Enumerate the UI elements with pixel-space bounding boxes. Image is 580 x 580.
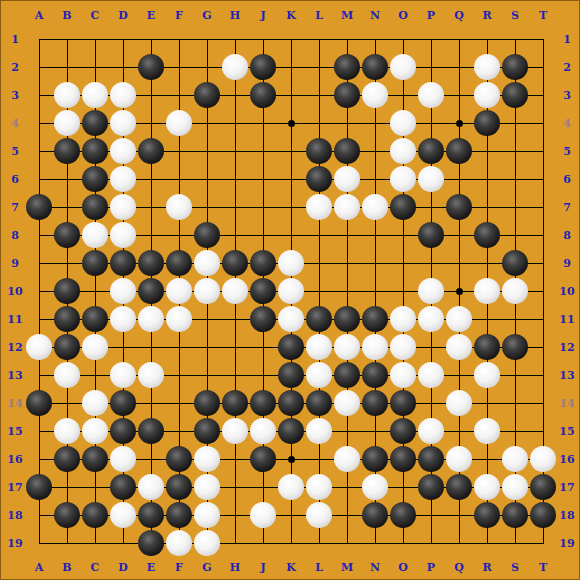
cell-H7[interactable] [221, 193, 249, 221]
cell-Q9[interactable] [445, 249, 473, 277]
cell-M11[interactable] [333, 305, 361, 333]
cell-D18[interactable] [109, 501, 137, 529]
cell-S19[interactable] [501, 529, 529, 557]
cell-K15[interactable] [277, 417, 305, 445]
cell-D17[interactable] [109, 473, 137, 501]
cell-T17[interactable] [529, 473, 557, 501]
cell-F5[interactable] [165, 137, 193, 165]
cell-K9[interactable] [277, 249, 305, 277]
cell-Q16[interactable] [445, 445, 473, 473]
cell-P5[interactable] [417, 137, 445, 165]
cell-M3[interactable] [333, 81, 361, 109]
cell-M18[interactable] [333, 501, 361, 529]
cell-A13[interactable] [25, 361, 53, 389]
cell-C10[interactable] [81, 277, 109, 305]
cell-T6[interactable] [529, 165, 557, 193]
cell-G6[interactable] [193, 165, 221, 193]
cell-L8[interactable] [305, 221, 333, 249]
cell-H12[interactable] [221, 333, 249, 361]
cell-P8[interactable] [417, 221, 445, 249]
cell-E2[interactable] [137, 53, 165, 81]
cell-O12[interactable] [389, 333, 417, 361]
cell-D4[interactable] [109, 109, 137, 137]
cell-N11[interactable] [361, 305, 389, 333]
cell-E18[interactable] [137, 501, 165, 529]
cell-Q6[interactable] [445, 165, 473, 193]
cell-A18[interactable] [25, 501, 53, 529]
cell-J8[interactable] [249, 221, 277, 249]
cell-K13[interactable] [277, 361, 305, 389]
cell-M6[interactable] [333, 165, 361, 193]
cell-G7[interactable] [193, 193, 221, 221]
cell-J9[interactable] [249, 249, 277, 277]
cell-D8[interactable] [109, 221, 137, 249]
cell-M9[interactable] [333, 249, 361, 277]
cell-T3[interactable] [529, 81, 557, 109]
cell-B15[interactable] [53, 417, 81, 445]
cell-P14[interactable] [417, 389, 445, 417]
cell-Q12[interactable] [445, 333, 473, 361]
cell-L10[interactable] [305, 277, 333, 305]
cell-T9[interactable] [529, 249, 557, 277]
cell-B7[interactable] [53, 193, 81, 221]
cell-A19[interactable] [25, 529, 53, 557]
cell-S18[interactable] [501, 501, 529, 529]
cell-G2[interactable] [193, 53, 221, 81]
cell-B19[interactable] [53, 529, 81, 557]
cell-A5[interactable] [25, 137, 53, 165]
cell-Q11[interactable] [445, 305, 473, 333]
cell-N9[interactable] [361, 249, 389, 277]
cell-N19[interactable] [361, 529, 389, 557]
cell-G16[interactable] [193, 445, 221, 473]
cell-L12[interactable] [305, 333, 333, 361]
cell-E5[interactable] [137, 137, 165, 165]
cell-O10[interactable] [389, 277, 417, 305]
cell-G14[interactable] [193, 389, 221, 417]
cell-P3[interactable] [417, 81, 445, 109]
cell-R8[interactable] [473, 221, 501, 249]
cell-F3[interactable] [165, 81, 193, 109]
cell-E11[interactable] [137, 305, 165, 333]
cell-J15[interactable] [249, 417, 277, 445]
cell-C7[interactable] [81, 193, 109, 221]
cell-N7[interactable] [361, 193, 389, 221]
cell-A9[interactable] [25, 249, 53, 277]
cell-P9[interactable] [417, 249, 445, 277]
cell-T11[interactable] [529, 305, 557, 333]
cell-R3[interactable] [473, 81, 501, 109]
cell-H4[interactable] [221, 109, 249, 137]
cell-S6[interactable] [501, 165, 529, 193]
cell-N17[interactable] [361, 473, 389, 501]
cell-M4[interactable] [333, 109, 361, 137]
cell-C11[interactable] [81, 305, 109, 333]
cell-M19[interactable] [333, 529, 361, 557]
cell-D15[interactable] [109, 417, 137, 445]
cell-G4[interactable] [193, 109, 221, 137]
cell-D9[interactable] [109, 249, 137, 277]
cell-B3[interactable] [53, 81, 81, 109]
cell-C3[interactable] [81, 81, 109, 109]
cell-E1[interactable] [137, 25, 165, 53]
cell-F1[interactable] [165, 25, 193, 53]
cell-Q13[interactable] [445, 361, 473, 389]
cell-S4[interactable] [501, 109, 529, 137]
cell-S8[interactable] [501, 221, 529, 249]
cell-G10[interactable] [193, 277, 221, 305]
cell-L7[interactable] [305, 193, 333, 221]
cell-J7[interactable] [249, 193, 277, 221]
cell-L2[interactable] [305, 53, 333, 81]
cell-R1[interactable] [473, 25, 501, 53]
cell-S17[interactable] [501, 473, 529, 501]
cell-A8[interactable] [25, 221, 53, 249]
cell-O19[interactable] [389, 529, 417, 557]
cell-G5[interactable] [193, 137, 221, 165]
cell-A11[interactable] [25, 305, 53, 333]
cell-L15[interactable] [305, 417, 333, 445]
cell-N3[interactable] [361, 81, 389, 109]
cell-O5[interactable] [389, 137, 417, 165]
cell-H14[interactable] [221, 389, 249, 417]
cell-G11[interactable] [193, 305, 221, 333]
cell-B1[interactable] [53, 25, 81, 53]
cell-A1[interactable] [25, 25, 53, 53]
cell-S7[interactable] [501, 193, 529, 221]
cell-B5[interactable] [53, 137, 81, 165]
cell-T5[interactable] [529, 137, 557, 165]
cell-E14[interactable] [137, 389, 165, 417]
cell-L9[interactable] [305, 249, 333, 277]
cell-J4[interactable] [249, 109, 277, 137]
cell-R9[interactable] [473, 249, 501, 277]
cell-Q18[interactable] [445, 501, 473, 529]
cell-C1[interactable] [81, 25, 109, 53]
cell-O9[interactable] [389, 249, 417, 277]
cell-B11[interactable] [53, 305, 81, 333]
cell-G17[interactable] [193, 473, 221, 501]
cell-J10[interactable] [249, 277, 277, 305]
cell-A12[interactable] [25, 333, 53, 361]
cell-H5[interactable] [221, 137, 249, 165]
cell-D3[interactable] [109, 81, 137, 109]
cell-H9[interactable] [221, 249, 249, 277]
cell-H15[interactable] [221, 417, 249, 445]
cell-S14[interactable] [501, 389, 529, 417]
cell-O1[interactable] [389, 25, 417, 53]
cell-C8[interactable] [81, 221, 109, 249]
cell-A2[interactable] [25, 53, 53, 81]
cell-Q14[interactable] [445, 389, 473, 417]
cell-T16[interactable] [529, 445, 557, 473]
cell-F15[interactable] [165, 417, 193, 445]
cell-T13[interactable] [529, 361, 557, 389]
cell-H17[interactable] [221, 473, 249, 501]
cell-B13[interactable] [53, 361, 81, 389]
cell-L17[interactable] [305, 473, 333, 501]
cell-N6[interactable] [361, 165, 389, 193]
cell-F2[interactable] [165, 53, 193, 81]
cell-H19[interactable] [221, 529, 249, 557]
cell-B10[interactable] [53, 277, 81, 305]
cell-S15[interactable] [501, 417, 529, 445]
cell-S2[interactable] [501, 53, 529, 81]
cell-J18[interactable] [249, 501, 277, 529]
cell-L4[interactable] [305, 109, 333, 137]
cell-M13[interactable] [333, 361, 361, 389]
cell-O18[interactable] [389, 501, 417, 529]
cell-M12[interactable] [333, 333, 361, 361]
cell-E15[interactable] [137, 417, 165, 445]
cell-R10[interactable] [473, 277, 501, 305]
cell-G8[interactable] [193, 221, 221, 249]
cell-J11[interactable] [249, 305, 277, 333]
cell-O7[interactable] [389, 193, 417, 221]
cell-A3[interactable] [25, 81, 53, 109]
cell-J19[interactable] [249, 529, 277, 557]
cell-L19[interactable] [305, 529, 333, 557]
cell-A16[interactable] [25, 445, 53, 473]
cell-H13[interactable] [221, 361, 249, 389]
cell-S5[interactable] [501, 137, 529, 165]
cell-O15[interactable] [389, 417, 417, 445]
cell-F8[interactable] [165, 221, 193, 249]
cell-N10[interactable] [361, 277, 389, 305]
cell-C14[interactable] [81, 389, 109, 417]
cell-B16[interactable] [53, 445, 81, 473]
cell-K1[interactable] [277, 25, 305, 53]
cell-P1[interactable] [417, 25, 445, 53]
cell-M14[interactable] [333, 389, 361, 417]
cell-C16[interactable] [81, 445, 109, 473]
cell-B9[interactable] [53, 249, 81, 277]
cell-T12[interactable] [529, 333, 557, 361]
cell-K4[interactable] [277, 109, 305, 137]
cell-B2[interactable] [53, 53, 81, 81]
cell-D11[interactable] [109, 305, 137, 333]
cell-F18[interactable] [165, 501, 193, 529]
cell-L16[interactable] [305, 445, 333, 473]
cell-H1[interactable] [221, 25, 249, 53]
cell-K6[interactable] [277, 165, 305, 193]
cell-F7[interactable] [165, 193, 193, 221]
cell-D16[interactable] [109, 445, 137, 473]
cell-O14[interactable] [389, 389, 417, 417]
cell-M5[interactable] [333, 137, 361, 165]
cell-H16[interactable] [221, 445, 249, 473]
cell-P12[interactable] [417, 333, 445, 361]
cell-S9[interactable] [501, 249, 529, 277]
cell-F16[interactable] [165, 445, 193, 473]
cell-N2[interactable] [361, 53, 389, 81]
cell-O11[interactable] [389, 305, 417, 333]
cell-R4[interactable] [473, 109, 501, 137]
cell-H6[interactable] [221, 165, 249, 193]
cell-F13[interactable] [165, 361, 193, 389]
cell-O6[interactable] [389, 165, 417, 193]
cell-E19[interactable] [137, 529, 165, 557]
cell-B4[interactable] [53, 109, 81, 137]
cell-O13[interactable] [389, 361, 417, 389]
cell-P4[interactable] [417, 109, 445, 137]
cell-P17[interactable] [417, 473, 445, 501]
cell-H8[interactable] [221, 221, 249, 249]
cell-J6[interactable] [249, 165, 277, 193]
cell-R5[interactable] [473, 137, 501, 165]
cell-F14[interactable] [165, 389, 193, 417]
cell-N4[interactable] [361, 109, 389, 137]
cell-B18[interactable] [53, 501, 81, 529]
cell-R16[interactable] [473, 445, 501, 473]
cell-A14[interactable] [25, 389, 53, 417]
cell-E7[interactable] [137, 193, 165, 221]
cell-A4[interactable] [25, 109, 53, 137]
cell-G1[interactable] [193, 25, 221, 53]
cell-L6[interactable] [305, 165, 333, 193]
cell-J17[interactable] [249, 473, 277, 501]
cell-N14[interactable] [361, 389, 389, 417]
cell-Q8[interactable] [445, 221, 473, 249]
cell-M15[interactable] [333, 417, 361, 445]
cell-R14[interactable] [473, 389, 501, 417]
cell-F6[interactable] [165, 165, 193, 193]
cell-D13[interactable] [109, 361, 137, 389]
cell-S3[interactable] [501, 81, 529, 109]
cell-E13[interactable] [137, 361, 165, 389]
cell-O8[interactable] [389, 221, 417, 249]
cell-P6[interactable] [417, 165, 445, 193]
cell-F11[interactable] [165, 305, 193, 333]
cell-C17[interactable] [81, 473, 109, 501]
cell-F12[interactable] [165, 333, 193, 361]
cell-J12[interactable] [249, 333, 277, 361]
cell-P18[interactable] [417, 501, 445, 529]
cell-O4[interactable] [389, 109, 417, 137]
cell-H10[interactable] [221, 277, 249, 305]
cell-J2[interactable] [249, 53, 277, 81]
cell-N15[interactable] [361, 417, 389, 445]
cell-J14[interactable] [249, 389, 277, 417]
cell-N18[interactable] [361, 501, 389, 529]
cell-S11[interactable] [501, 305, 529, 333]
cell-C9[interactable] [81, 249, 109, 277]
cell-D19[interactable] [109, 529, 137, 557]
cell-K3[interactable] [277, 81, 305, 109]
cell-T2[interactable] [529, 53, 557, 81]
cell-K5[interactable] [277, 137, 305, 165]
cell-G3[interactable] [193, 81, 221, 109]
cell-B6[interactable] [53, 165, 81, 193]
cell-C5[interactable] [81, 137, 109, 165]
cell-Q1[interactable] [445, 25, 473, 53]
cell-N12[interactable] [361, 333, 389, 361]
cell-M7[interactable] [333, 193, 361, 221]
cell-E4[interactable] [137, 109, 165, 137]
cell-B12[interactable] [53, 333, 81, 361]
cell-N13[interactable] [361, 361, 389, 389]
cell-K12[interactable] [277, 333, 305, 361]
cell-Q15[interactable] [445, 417, 473, 445]
cell-E6[interactable] [137, 165, 165, 193]
cell-R17[interactable] [473, 473, 501, 501]
cell-M17[interactable] [333, 473, 361, 501]
cell-O3[interactable] [389, 81, 417, 109]
cell-G9[interactable] [193, 249, 221, 277]
cell-K2[interactable] [277, 53, 305, 81]
cell-R12[interactable] [473, 333, 501, 361]
cell-S10[interactable] [501, 277, 529, 305]
cell-S1[interactable] [501, 25, 529, 53]
cell-R15[interactable] [473, 417, 501, 445]
cell-D10[interactable] [109, 277, 137, 305]
cell-L14[interactable] [305, 389, 333, 417]
cell-D2[interactable] [109, 53, 137, 81]
cell-C6[interactable] [81, 165, 109, 193]
cell-E10[interactable] [137, 277, 165, 305]
cell-E17[interactable] [137, 473, 165, 501]
cell-D5[interactable] [109, 137, 137, 165]
cell-P16[interactable] [417, 445, 445, 473]
cell-D12[interactable] [109, 333, 137, 361]
cell-D6[interactable] [109, 165, 137, 193]
cell-J3[interactable] [249, 81, 277, 109]
cell-Q2[interactable] [445, 53, 473, 81]
cell-K19[interactable] [277, 529, 305, 557]
cell-H18[interactable] [221, 501, 249, 529]
cell-N1[interactable] [361, 25, 389, 53]
cell-C12[interactable] [81, 333, 109, 361]
cell-P11[interactable] [417, 305, 445, 333]
cell-C4[interactable] [81, 109, 109, 137]
cell-H2[interactable] [221, 53, 249, 81]
cell-F19[interactable] [165, 529, 193, 557]
cell-L11[interactable] [305, 305, 333, 333]
cell-C13[interactable] [81, 361, 109, 389]
cell-D7[interactable] [109, 193, 137, 221]
cell-Q10[interactable] [445, 277, 473, 305]
cell-R7[interactable] [473, 193, 501, 221]
cell-R2[interactable] [473, 53, 501, 81]
cell-R13[interactable] [473, 361, 501, 389]
cell-L5[interactable] [305, 137, 333, 165]
cell-D1[interactable] [109, 25, 137, 53]
cell-K18[interactable] [277, 501, 305, 529]
cell-M10[interactable] [333, 277, 361, 305]
cell-G19[interactable] [193, 529, 221, 557]
cell-L18[interactable] [305, 501, 333, 529]
cell-E16[interactable] [137, 445, 165, 473]
cell-B14[interactable] [53, 389, 81, 417]
cell-Q4[interactable] [445, 109, 473, 137]
cell-E8[interactable] [137, 221, 165, 249]
cell-K16[interactable] [277, 445, 305, 473]
cell-R18[interactable] [473, 501, 501, 529]
cell-Q19[interactable] [445, 529, 473, 557]
cell-P13[interactable] [417, 361, 445, 389]
cell-E9[interactable] [137, 249, 165, 277]
cell-S16[interactable] [501, 445, 529, 473]
cell-A17[interactable] [25, 473, 53, 501]
cell-O2[interactable] [389, 53, 417, 81]
cell-K10[interactable] [277, 277, 305, 305]
cell-O16[interactable] [389, 445, 417, 473]
cell-A15[interactable] [25, 417, 53, 445]
cell-T1[interactable] [529, 25, 557, 53]
cell-J16[interactable] [249, 445, 277, 473]
cell-P10[interactable] [417, 277, 445, 305]
cell-K17[interactable] [277, 473, 305, 501]
